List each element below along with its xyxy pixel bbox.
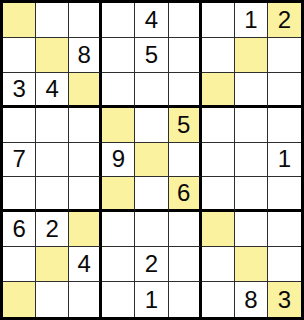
- cell-r1c3[interactable]: [69, 3, 102, 38]
- cell-r4c3[interactable]: [69, 108, 102, 143]
- cell-r8c3[interactable]: 4: [69, 247, 102, 282]
- cell-r6c8[interactable]: [235, 177, 268, 212]
- cell-r7c1[interactable]: 6: [3, 212, 36, 247]
- cell-r5c7[interactable]: [202, 143, 235, 178]
- cell-r3c1[interactable]: 3: [3, 73, 36, 108]
- cell-r2c6[interactable]: [169, 38, 202, 73]
- cell-r3c5[interactable]: [135, 73, 168, 108]
- cell-r6c6[interactable]: 6: [169, 177, 202, 212]
- cell-r9c4[interactable]: [102, 282, 135, 317]
- cell-r7c4[interactable]: [102, 212, 135, 247]
- cell-r7c3[interactable]: [69, 212, 102, 247]
- cell-r4c8[interactable]: [235, 108, 268, 143]
- cell-r1c8[interactable]: 1: [235, 3, 268, 38]
- cell-r2c5[interactable]: 5: [135, 38, 168, 73]
- cell-r2c4[interactable]: [102, 38, 135, 73]
- cell-r6c2[interactable]: [36, 177, 69, 212]
- cell-r5c2[interactable]: [36, 143, 69, 178]
- cell-r2c2[interactable]: [36, 38, 69, 73]
- sudoku-board: 4128534579166242183: [0, 0, 304, 320]
- cell-r3c2[interactable]: 4: [36, 73, 69, 108]
- cell-r7c6[interactable]: [169, 212, 202, 247]
- cell-r6c3[interactable]: [69, 177, 102, 212]
- cell-r7c2[interactable]: 2: [36, 212, 69, 247]
- cell-r2c1[interactable]: [3, 38, 36, 73]
- cell-r5c6[interactable]: [169, 143, 202, 178]
- cell-r6c1[interactable]: [3, 177, 36, 212]
- cell-r3c3[interactable]: [69, 73, 102, 108]
- cell-r1c6[interactable]: [169, 3, 202, 38]
- cell-r4c6[interactable]: 5: [169, 108, 202, 143]
- cell-r8c2[interactable]: [36, 247, 69, 282]
- cell-r4c7[interactable]: [202, 108, 235, 143]
- cell-r6c9[interactable]: [268, 177, 301, 212]
- cell-r4c4[interactable]: [102, 108, 135, 143]
- cell-r7c5[interactable]: [135, 212, 168, 247]
- cell-r9c8[interactable]: 8: [235, 282, 268, 317]
- cell-r1c7[interactable]: [202, 3, 235, 38]
- cell-r6c4[interactable]: [102, 177, 135, 212]
- cell-r2c9[interactable]: [268, 38, 301, 73]
- cell-r5c9[interactable]: 1: [268, 143, 301, 178]
- cell-r8c6[interactable]: [169, 247, 202, 282]
- cell-r9c2[interactable]: [36, 282, 69, 317]
- cell-r2c8[interactable]: [235, 38, 268, 73]
- cell-r5c8[interactable]: [235, 143, 268, 178]
- cell-r8c4[interactable]: [102, 247, 135, 282]
- cell-r8c5[interactable]: 2: [135, 247, 168, 282]
- cell-r1c2[interactable]: [36, 3, 69, 38]
- cell-r5c1[interactable]: 7: [3, 143, 36, 178]
- cell-r9c5[interactable]: 1: [135, 282, 168, 317]
- cell-r9c6[interactable]: [169, 282, 202, 317]
- sudoku-page: 4128534579166242183: [0, 0, 304, 320]
- cell-r2c7[interactable]: [202, 38, 235, 73]
- cell-r5c5[interactable]: [135, 143, 168, 178]
- cell-r5c4[interactable]: 9: [102, 143, 135, 178]
- cell-r9c7[interactable]: [202, 282, 235, 317]
- cell-r2c3[interactable]: 8: [69, 38, 102, 73]
- cell-r7c8[interactable]: [235, 212, 268, 247]
- cell-r4c1[interactable]: [3, 108, 36, 143]
- cell-r8c7[interactable]: [202, 247, 235, 282]
- cell-r9c9[interactable]: 3: [268, 282, 301, 317]
- cell-r8c1[interactable]: [3, 247, 36, 282]
- cell-r8c8[interactable]: [235, 247, 268, 282]
- cell-r8c9[interactable]: [268, 247, 301, 282]
- cell-r1c1[interactable]: [3, 3, 36, 38]
- cell-r5c3[interactable]: [69, 143, 102, 178]
- cell-r3c6[interactable]: [169, 73, 202, 108]
- cell-r3c8[interactable]: [235, 73, 268, 108]
- cell-r7c9[interactable]: [268, 212, 301, 247]
- cell-r3c7[interactable]: [202, 73, 235, 108]
- cell-r9c1[interactable]: [3, 282, 36, 317]
- cell-r3c9[interactable]: [268, 73, 301, 108]
- cell-r1c4[interactable]: [102, 3, 135, 38]
- cell-r4c5[interactable]: [135, 108, 168, 143]
- cell-r4c2[interactable]: [36, 108, 69, 143]
- cell-r4c9[interactable]: [268, 108, 301, 143]
- cell-r3c4[interactable]: [102, 73, 135, 108]
- cell-r6c5[interactable]: [135, 177, 168, 212]
- cell-r1c5[interactable]: 4: [135, 3, 168, 38]
- cell-r1c9[interactable]: 2: [268, 3, 301, 38]
- cell-r6c7[interactable]: [202, 177, 235, 212]
- cell-r9c3[interactable]: [69, 282, 102, 317]
- cell-r7c7[interactable]: [202, 212, 235, 247]
